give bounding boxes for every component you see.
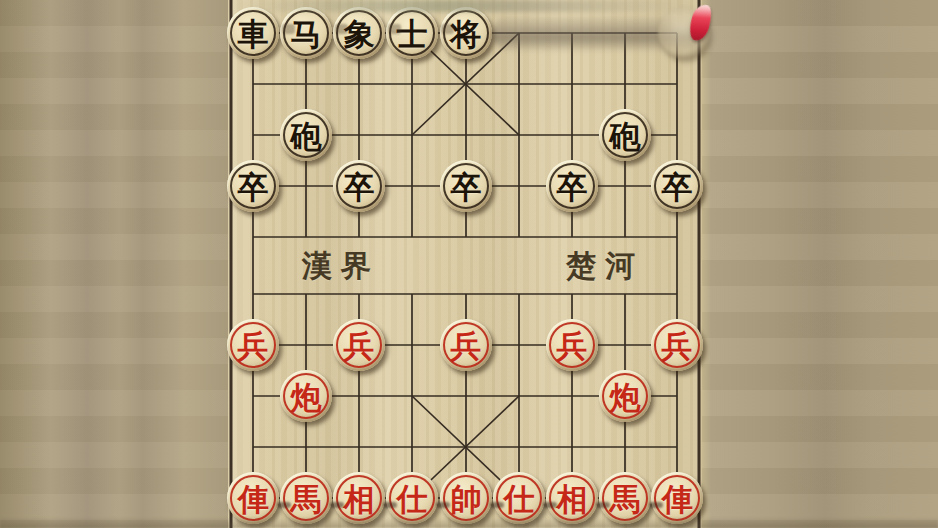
piece-red-soldier[interactable]: 兵 xyxy=(333,319,385,371)
piece-black-chariot[interactable]: 車 xyxy=(227,7,279,59)
piece-black-soldier[interactable]: 卒 xyxy=(333,160,385,212)
motion-blur-ghost xyxy=(282,24,295,34)
piece-glyph: 仕 xyxy=(504,484,535,515)
motion-blur-ghost xyxy=(441,24,454,34)
piece-red-soldier[interactable]: 兵 xyxy=(440,319,492,371)
piece-glyph: 帥 xyxy=(451,484,482,515)
motion-blur-ghost xyxy=(649,502,663,508)
piece-glyph: 仕 xyxy=(397,484,428,515)
piece-red-cannon[interactable]: 炮 xyxy=(280,370,332,422)
piece-glyph: 卒 xyxy=(557,172,588,203)
piece-glyph: 兵 xyxy=(662,331,693,362)
motion-blur-ghost xyxy=(335,24,348,34)
piece-glyph: 卒 xyxy=(662,172,693,203)
piece-red-horse[interactable]: 馬 xyxy=(599,472,651,524)
piece-glyph: 士 xyxy=(397,19,428,50)
motion-blur-ghost xyxy=(383,502,397,508)
piece-red-soldier[interactable]: 兵 xyxy=(651,319,703,371)
piece-red-soldier[interactable]: 兵 xyxy=(227,319,279,371)
motion-blur-ghost xyxy=(330,502,344,508)
piece-red-horse[interactable]: 馬 xyxy=(280,472,332,524)
river-label-hanjie: 漢界 xyxy=(276,246,406,286)
piece-glyph: 马 xyxy=(291,19,322,50)
xiangqi-board[interactable]: 漢界 楚河 車马象士将砲砲卒卒卒卒卒兵兵兵兵兵炮炮俥馬相仕帥仕相馬俥 xyxy=(228,0,702,528)
piece-glyph: 馬 xyxy=(291,484,322,515)
piece-glyph: 俥 xyxy=(238,484,269,515)
motion-blur-ghost xyxy=(543,502,557,508)
piece-glyph: 兵 xyxy=(451,331,482,362)
piece-glyph: 砲 xyxy=(291,121,322,152)
piece-red-chariot[interactable]: 俥 xyxy=(651,472,703,524)
motion-blur-ghost xyxy=(388,24,401,34)
motion-blur-ghost xyxy=(596,502,610,508)
motion-blur-ghost xyxy=(436,502,450,508)
piece-glyph: 卒 xyxy=(451,172,482,203)
piece-glyph: 相 xyxy=(344,484,375,515)
piece-black-soldier[interactable]: 卒 xyxy=(651,160,703,212)
top-edge-blur xyxy=(228,0,702,12)
motion-blur-ghost xyxy=(277,502,291,508)
piece-glyph: 兵 xyxy=(557,331,588,362)
piece-glyph: 炮 xyxy=(610,382,641,413)
piece-black-cannon[interactable]: 砲 xyxy=(280,109,332,161)
piece-glyph: 馬 xyxy=(610,484,641,515)
piece-red-elephant[interactable]: 相 xyxy=(546,472,598,524)
piece-red-chariot[interactable]: 俥 xyxy=(227,472,279,524)
piece-glyph: 相 xyxy=(557,484,588,515)
piece-red-advisor[interactable]: 仕 xyxy=(493,472,545,524)
piece-glyph: 炮 xyxy=(291,382,322,413)
piece-red-soldier[interactable]: 兵 xyxy=(546,319,598,371)
piece-black-cannon[interactable]: 砲 xyxy=(599,109,651,161)
river-label-chuhe: 楚河 xyxy=(540,246,670,286)
piece-black-soldier[interactable]: 卒 xyxy=(227,160,279,212)
motion-blur-ghost xyxy=(490,502,504,508)
piece-black-soldier[interactable]: 卒 xyxy=(440,160,492,212)
piece-glyph: 象 xyxy=(344,19,375,50)
piece-glyph: 兵 xyxy=(344,331,375,362)
piece-black-soldier[interactable]: 卒 xyxy=(546,160,598,212)
piece-red-cannon[interactable]: 炮 xyxy=(599,370,651,422)
piece-red-general[interactable]: 帥 xyxy=(440,472,492,524)
piece-glyph: 将 xyxy=(451,19,482,50)
background-blur-left xyxy=(0,0,230,528)
piece-red-elephant[interactable]: 相 xyxy=(333,472,385,524)
background-blur-right xyxy=(702,0,938,528)
piece-glyph: 卒 xyxy=(238,172,269,203)
piece-glyph: 兵 xyxy=(238,331,269,362)
piece-glyph: 車 xyxy=(238,19,269,50)
piece-glyph: 俥 xyxy=(662,484,693,515)
piece-glyph: 砲 xyxy=(610,121,641,152)
piece-glyph: 卒 xyxy=(344,172,375,203)
xiangqi-app: 漢界 楚河 車马象士将砲砲卒卒卒卒卒兵兵兵兵兵炮炮俥馬相仕帥仕相馬俥 xyxy=(0,0,938,528)
piece-red-advisor[interactable]: 仕 xyxy=(386,472,438,524)
